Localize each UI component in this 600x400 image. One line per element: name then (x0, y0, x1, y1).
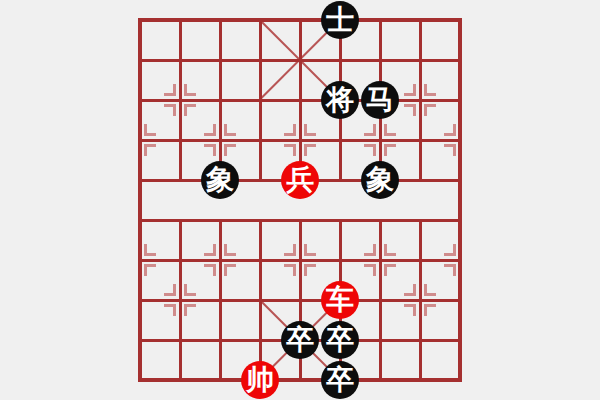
piece-black-elephant[interactable]: 象 (361, 161, 399, 199)
piece-black-soldier[interactable]: 卒 (321, 321, 359, 359)
xiangqi-board: 士将马象兵象车卒卒帅卒 (140, 20, 460, 380)
piece-red-chariot[interactable]: 车 (321, 281, 359, 319)
piece-black-soldier[interactable]: 卒 (321, 361, 359, 399)
xiangqi-diagram: 士将马象兵象车卒卒帅卒 (0, 0, 600, 400)
piece-black-general[interactable]: 将 (321, 81, 359, 119)
piece-black-advisor[interactable]: 士 (321, 1, 359, 39)
piece-red-general[interactable]: 帅 (241, 361, 279, 399)
piece-black-elephant[interactable]: 象 (201, 161, 239, 199)
piece-black-horse[interactable]: 马 (361, 81, 399, 119)
piece-red-soldier[interactable]: 兵 (281, 161, 319, 199)
piece-black-soldier[interactable]: 卒 (281, 321, 319, 359)
